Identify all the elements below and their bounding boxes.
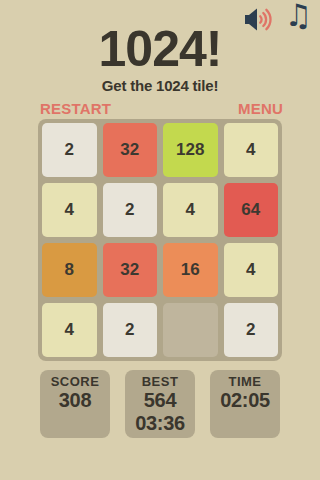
- tile-64: 64: [224, 183, 279, 237]
- tile-4: 4: [224, 243, 279, 297]
- tile-4: 4: [42, 183, 97, 237]
- tile-32: 32: [103, 243, 158, 297]
- menu-button[interactable]: MENU: [238, 100, 283, 117]
- best-time-value: 03:36: [135, 412, 185, 435]
- tile-128: 128: [163, 123, 218, 177]
- time-label: TIME: [228, 374, 261, 389]
- tile-2: 2: [42, 123, 97, 177]
- time-value: 02:05: [220, 389, 270, 412]
- tile-32: 32: [103, 123, 158, 177]
- page-title: 1024!: [0, 24, 320, 74]
- score-box: SCORE 308: [40, 370, 110, 438]
- best-label: BEST: [142, 374, 179, 389]
- tile-16: 16: [163, 243, 218, 297]
- best-box: BEST 564 03:36: [125, 370, 195, 438]
- score-value: 308: [59, 389, 91, 412]
- time-box: TIME 02:05: [210, 370, 280, 438]
- tile-4: 4: [42, 303, 97, 357]
- tile-2: 2: [103, 183, 158, 237]
- tile-8: 8: [42, 243, 97, 297]
- tile-4: 4: [224, 123, 279, 177]
- tile-2: 2: [103, 303, 158, 357]
- empty-cell: [163, 303, 218, 357]
- game-screen: ♫ 1024! Get the 1024 tile! RESTART MENU …: [0, 0, 320, 480]
- score-label: SCORE: [51, 374, 100, 389]
- page-subtitle: Get the 1024 tile!: [0, 77, 320, 94]
- tile-4: 4: [163, 183, 218, 237]
- tile-2: 2: [224, 303, 279, 357]
- best-score-value: 564: [144, 389, 176, 412]
- board-grid[interactable]: 232128442464832164422: [38, 119, 282, 361]
- restart-button[interactable]: RESTART: [40, 100, 111, 117]
